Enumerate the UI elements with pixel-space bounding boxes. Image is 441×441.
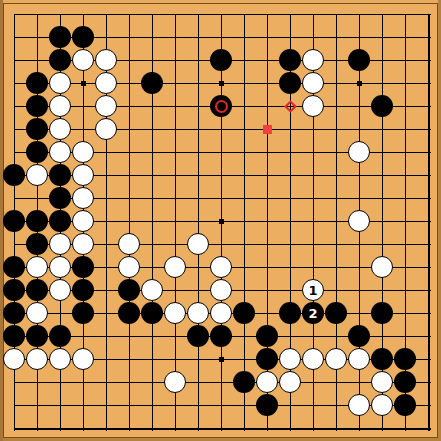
intersection-Q11[interactable] bbox=[348, 187, 371, 210]
intersection-K1[interactable] bbox=[210, 417, 233, 440]
intersection-Q17[interactable] bbox=[348, 49, 371, 72]
intersection-F19[interactable] bbox=[118, 3, 141, 26]
intersection-O3[interactable] bbox=[302, 371, 325, 394]
intersection-N3[interactable] bbox=[279, 371, 302, 394]
intersection-K11[interactable] bbox=[210, 187, 233, 210]
intersection-D18[interactable] bbox=[72, 26, 95, 49]
intersection-N18[interactable] bbox=[279, 26, 302, 49]
intersection-O15[interactable] bbox=[302, 95, 325, 118]
intersection-S5[interactable] bbox=[394, 325, 417, 348]
intersection-T19[interactable] bbox=[417, 3, 440, 26]
intersection-B8[interactable] bbox=[26, 256, 49, 279]
intersection-L5[interactable] bbox=[233, 325, 256, 348]
intersection-P7[interactable] bbox=[325, 279, 348, 302]
intersection-G8[interactable] bbox=[141, 256, 164, 279]
intersection-A4[interactable] bbox=[3, 348, 26, 371]
intersection-H9[interactable] bbox=[164, 233, 187, 256]
intersection-O7[interactable]: 1 bbox=[302, 279, 325, 302]
intersection-M7[interactable] bbox=[256, 279, 279, 302]
intersection-B4[interactable] bbox=[26, 348, 49, 371]
intersection-C3[interactable] bbox=[49, 371, 72, 394]
intersection-O6[interactable]: 2 bbox=[302, 302, 325, 325]
intersection-L8[interactable] bbox=[233, 256, 256, 279]
intersection-F3[interactable] bbox=[118, 371, 141, 394]
intersection-K2[interactable] bbox=[210, 394, 233, 417]
intersection-F6[interactable] bbox=[118, 302, 141, 325]
intersection-A9[interactable] bbox=[3, 233, 26, 256]
intersection-N10[interactable] bbox=[279, 210, 302, 233]
intersection-L1[interactable] bbox=[233, 417, 256, 440]
intersection-G7[interactable] bbox=[141, 279, 164, 302]
intersection-H2[interactable] bbox=[164, 394, 187, 417]
intersection-O13[interactable] bbox=[302, 141, 325, 164]
intersection-R11[interactable] bbox=[371, 187, 394, 210]
intersection-P12[interactable] bbox=[325, 164, 348, 187]
intersection-Q14[interactable] bbox=[348, 118, 371, 141]
intersection-D10[interactable] bbox=[72, 210, 95, 233]
intersection-R1[interactable] bbox=[371, 417, 394, 440]
intersection-C6[interactable] bbox=[49, 302, 72, 325]
intersection-P5[interactable] bbox=[325, 325, 348, 348]
intersection-S6[interactable] bbox=[394, 302, 417, 325]
intersection-T14[interactable] bbox=[417, 118, 440, 141]
intersection-B7[interactable] bbox=[26, 279, 49, 302]
intersection-J4[interactable] bbox=[187, 348, 210, 371]
intersection-Q5[interactable] bbox=[348, 325, 371, 348]
intersection-J16[interactable] bbox=[187, 72, 210, 95]
intersection-A6[interactable] bbox=[3, 302, 26, 325]
intersection-P11[interactable] bbox=[325, 187, 348, 210]
intersection-R8[interactable] bbox=[371, 256, 394, 279]
intersection-M9[interactable] bbox=[256, 233, 279, 256]
intersection-T1[interactable] bbox=[417, 417, 440, 440]
intersection-E14[interactable] bbox=[95, 118, 118, 141]
intersection-M1[interactable] bbox=[256, 417, 279, 440]
intersection-B9[interactable] bbox=[26, 233, 49, 256]
intersection-S8[interactable] bbox=[394, 256, 417, 279]
intersection-O12[interactable] bbox=[302, 164, 325, 187]
intersection-T6[interactable] bbox=[417, 302, 440, 325]
intersection-C7[interactable] bbox=[49, 279, 72, 302]
intersection-E17[interactable] bbox=[95, 49, 118, 72]
intersection-H13[interactable] bbox=[164, 141, 187, 164]
intersection-Q6[interactable] bbox=[348, 302, 371, 325]
intersection-H5[interactable] bbox=[164, 325, 187, 348]
intersection-J12[interactable] bbox=[187, 164, 210, 187]
intersection-B15[interactable] bbox=[26, 95, 49, 118]
intersection-R13[interactable] bbox=[371, 141, 394, 164]
intersection-L15[interactable] bbox=[233, 95, 256, 118]
intersection-B11[interactable] bbox=[26, 187, 49, 210]
intersection-N6[interactable] bbox=[279, 302, 302, 325]
intersection-O19[interactable] bbox=[302, 3, 325, 26]
intersection-M8[interactable] bbox=[256, 256, 279, 279]
intersection-F10[interactable] bbox=[118, 210, 141, 233]
intersection-D8[interactable] bbox=[72, 256, 95, 279]
intersection-T16[interactable] bbox=[417, 72, 440, 95]
intersection-G6[interactable] bbox=[141, 302, 164, 325]
intersection-C18[interactable] bbox=[49, 26, 72, 49]
intersection-J3[interactable] bbox=[187, 371, 210, 394]
intersection-K10[interactable] bbox=[210, 210, 233, 233]
intersection-N1[interactable] bbox=[279, 417, 302, 440]
intersection-J10[interactable] bbox=[187, 210, 210, 233]
intersection-C11[interactable] bbox=[49, 187, 72, 210]
intersection-Q3[interactable] bbox=[348, 371, 371, 394]
intersection-E4[interactable] bbox=[95, 348, 118, 371]
intersection-D15[interactable] bbox=[72, 95, 95, 118]
intersection-L7[interactable] bbox=[233, 279, 256, 302]
intersection-J11[interactable] bbox=[187, 187, 210, 210]
intersection-O5[interactable] bbox=[302, 325, 325, 348]
intersection-K14[interactable] bbox=[210, 118, 233, 141]
intersection-E3[interactable] bbox=[95, 371, 118, 394]
intersection-G16[interactable] bbox=[141, 72, 164, 95]
intersection-Q15[interactable] bbox=[348, 95, 371, 118]
intersection-G3[interactable] bbox=[141, 371, 164, 394]
intersection-O1[interactable] bbox=[302, 417, 325, 440]
intersection-A19[interactable] bbox=[3, 3, 26, 26]
intersection-N7[interactable] bbox=[279, 279, 302, 302]
intersection-A11[interactable] bbox=[3, 187, 26, 210]
intersection-C2[interactable] bbox=[49, 394, 72, 417]
intersection-R12[interactable] bbox=[371, 164, 394, 187]
intersection-E8[interactable] bbox=[95, 256, 118, 279]
intersection-H15[interactable] bbox=[164, 95, 187, 118]
intersection-E16[interactable] bbox=[95, 72, 118, 95]
intersection-R4[interactable] bbox=[371, 348, 394, 371]
intersection-S17[interactable] bbox=[394, 49, 417, 72]
intersection-G10[interactable] bbox=[141, 210, 164, 233]
intersection-B5[interactable] bbox=[26, 325, 49, 348]
intersection-P17[interactable] bbox=[325, 49, 348, 72]
intersection-A7[interactable] bbox=[3, 279, 26, 302]
intersection-S9[interactable] bbox=[394, 233, 417, 256]
intersection-R5[interactable] bbox=[371, 325, 394, 348]
intersection-J6[interactable] bbox=[187, 302, 210, 325]
intersection-G4[interactable] bbox=[141, 348, 164, 371]
intersection-R16[interactable] bbox=[371, 72, 394, 95]
intersection-M4[interactable] bbox=[256, 348, 279, 371]
intersection-C16[interactable] bbox=[49, 72, 72, 95]
intersection-H18[interactable] bbox=[164, 26, 187, 49]
intersection-A14[interactable] bbox=[3, 118, 26, 141]
intersection-P9[interactable] bbox=[325, 233, 348, 256]
intersection-A8[interactable] bbox=[3, 256, 26, 279]
intersection-K3[interactable] bbox=[210, 371, 233, 394]
intersection-L3[interactable] bbox=[233, 371, 256, 394]
intersection-S12[interactable] bbox=[394, 164, 417, 187]
intersection-F7[interactable] bbox=[118, 279, 141, 302]
intersection-R14[interactable] bbox=[371, 118, 394, 141]
intersection-O11[interactable] bbox=[302, 187, 325, 210]
intersection-P4[interactable] bbox=[325, 348, 348, 371]
intersection-D13[interactable] bbox=[72, 141, 95, 164]
intersection-G5[interactable] bbox=[141, 325, 164, 348]
intersection-M13[interactable] bbox=[256, 141, 279, 164]
intersection-R6[interactable] bbox=[371, 302, 394, 325]
intersection-K5[interactable] bbox=[210, 325, 233, 348]
intersection-J18[interactable] bbox=[187, 26, 210, 49]
intersection-M19[interactable] bbox=[256, 3, 279, 26]
intersection-B19[interactable] bbox=[26, 3, 49, 26]
intersection-T7[interactable] bbox=[417, 279, 440, 302]
intersection-M12[interactable] bbox=[256, 164, 279, 187]
intersection-R2[interactable] bbox=[371, 394, 394, 417]
intersection-C13[interactable] bbox=[49, 141, 72, 164]
intersection-P8[interactable] bbox=[325, 256, 348, 279]
intersection-H3[interactable] bbox=[164, 371, 187, 394]
intersection-S13[interactable] bbox=[394, 141, 417, 164]
intersection-O16[interactable] bbox=[302, 72, 325, 95]
intersection-G12[interactable] bbox=[141, 164, 164, 187]
intersection-H1[interactable] bbox=[164, 417, 187, 440]
intersection-L4[interactable] bbox=[233, 348, 256, 371]
intersection-K13[interactable] bbox=[210, 141, 233, 164]
intersection-F13[interactable] bbox=[118, 141, 141, 164]
intersection-N11[interactable] bbox=[279, 187, 302, 210]
intersection-S3[interactable] bbox=[394, 371, 417, 394]
intersection-E11[interactable] bbox=[95, 187, 118, 210]
intersection-H17[interactable] bbox=[164, 49, 187, 72]
intersection-H16[interactable] bbox=[164, 72, 187, 95]
intersection-L16[interactable] bbox=[233, 72, 256, 95]
intersection-T10[interactable] bbox=[417, 210, 440, 233]
intersection-J7[interactable] bbox=[187, 279, 210, 302]
intersection-G11[interactable] bbox=[141, 187, 164, 210]
intersection-Q2[interactable] bbox=[348, 394, 371, 417]
intersection-N19[interactable] bbox=[279, 3, 302, 26]
intersection-G13[interactable] bbox=[141, 141, 164, 164]
intersection-H4[interactable] bbox=[164, 348, 187, 371]
intersection-Q10[interactable] bbox=[348, 210, 371, 233]
intersection-J14[interactable] bbox=[187, 118, 210, 141]
intersection-H6[interactable] bbox=[164, 302, 187, 325]
intersection-D19[interactable] bbox=[72, 3, 95, 26]
intersection-J1[interactable] bbox=[187, 417, 210, 440]
intersection-S10[interactable] bbox=[394, 210, 417, 233]
intersection-P19[interactable] bbox=[325, 3, 348, 26]
intersection-J9[interactable] bbox=[187, 233, 210, 256]
intersection-E2[interactable] bbox=[95, 394, 118, 417]
intersection-E1[interactable] bbox=[95, 417, 118, 440]
intersection-D5[interactable] bbox=[72, 325, 95, 348]
intersection-N13[interactable] bbox=[279, 141, 302, 164]
intersection-D9[interactable] bbox=[72, 233, 95, 256]
intersection-A17[interactable] bbox=[3, 49, 26, 72]
intersection-K19[interactable] bbox=[210, 3, 233, 26]
intersection-T15[interactable] bbox=[417, 95, 440, 118]
intersection-C15[interactable] bbox=[49, 95, 72, 118]
intersection-C17[interactable] bbox=[49, 49, 72, 72]
intersection-B18[interactable] bbox=[26, 26, 49, 49]
intersection-L12[interactable] bbox=[233, 164, 256, 187]
intersection-L17[interactable] bbox=[233, 49, 256, 72]
intersection-G19[interactable] bbox=[141, 3, 164, 26]
intersection-P3[interactable] bbox=[325, 371, 348, 394]
intersection-R3[interactable] bbox=[371, 371, 394, 394]
intersection-B12[interactable] bbox=[26, 164, 49, 187]
intersection-A2[interactable] bbox=[3, 394, 26, 417]
intersection-B6[interactable] bbox=[26, 302, 49, 325]
intersection-P13[interactable] bbox=[325, 141, 348, 164]
intersection-Q4[interactable] bbox=[348, 348, 371, 371]
intersection-K17[interactable] bbox=[210, 49, 233, 72]
intersection-G1[interactable] bbox=[141, 417, 164, 440]
intersection-R18[interactable] bbox=[371, 26, 394, 49]
intersection-T13[interactable] bbox=[417, 141, 440, 164]
intersection-Q7[interactable] bbox=[348, 279, 371, 302]
intersection-M17[interactable] bbox=[256, 49, 279, 72]
intersection-P18[interactable] bbox=[325, 26, 348, 49]
intersection-F8[interactable] bbox=[118, 256, 141, 279]
intersection-B17[interactable] bbox=[26, 49, 49, 72]
intersection-H14[interactable] bbox=[164, 118, 187, 141]
intersection-J17[interactable] bbox=[187, 49, 210, 72]
intersection-L10[interactable] bbox=[233, 210, 256, 233]
intersection-F14[interactable] bbox=[118, 118, 141, 141]
intersection-S11[interactable] bbox=[394, 187, 417, 210]
intersection-B1[interactable] bbox=[26, 417, 49, 440]
intersection-S18[interactable] bbox=[394, 26, 417, 49]
intersection-L11[interactable] bbox=[233, 187, 256, 210]
intersection-D11[interactable] bbox=[72, 187, 95, 210]
intersection-E15[interactable] bbox=[95, 95, 118, 118]
intersection-O17[interactable] bbox=[302, 49, 325, 72]
intersection-D4[interactable] bbox=[72, 348, 95, 371]
intersection-C5[interactable] bbox=[49, 325, 72, 348]
intersection-C9[interactable] bbox=[49, 233, 72, 256]
intersection-F18[interactable] bbox=[118, 26, 141, 49]
intersection-A12[interactable] bbox=[3, 164, 26, 187]
intersection-N14[interactable] bbox=[279, 118, 302, 141]
intersection-E12[interactable] bbox=[95, 164, 118, 187]
intersection-L6[interactable] bbox=[233, 302, 256, 325]
intersection-M14[interactable] bbox=[256, 118, 279, 141]
intersection-J19[interactable] bbox=[187, 3, 210, 26]
intersection-D6[interactable] bbox=[72, 302, 95, 325]
intersection-A13[interactable] bbox=[3, 141, 26, 164]
intersection-K12[interactable] bbox=[210, 164, 233, 187]
intersection-G18[interactable] bbox=[141, 26, 164, 49]
intersection-E19[interactable] bbox=[95, 3, 118, 26]
intersection-H19[interactable] bbox=[164, 3, 187, 26]
intersection-T11[interactable] bbox=[417, 187, 440, 210]
intersection-E10[interactable] bbox=[95, 210, 118, 233]
intersection-P6[interactable] bbox=[325, 302, 348, 325]
intersection-A3[interactable] bbox=[3, 371, 26, 394]
intersection-T12[interactable] bbox=[417, 164, 440, 187]
intersection-R17[interactable] bbox=[371, 49, 394, 72]
intersection-F16[interactable] bbox=[118, 72, 141, 95]
intersection-E6[interactable] bbox=[95, 302, 118, 325]
intersection-D2[interactable] bbox=[72, 394, 95, 417]
intersection-N17[interactable] bbox=[279, 49, 302, 72]
intersection-F4[interactable] bbox=[118, 348, 141, 371]
intersection-K4[interactable] bbox=[210, 348, 233, 371]
intersection-C8[interactable] bbox=[49, 256, 72, 279]
intersection-L18[interactable] bbox=[233, 26, 256, 49]
intersection-L14[interactable] bbox=[233, 118, 256, 141]
intersection-M6[interactable] bbox=[256, 302, 279, 325]
intersection-G9[interactable] bbox=[141, 233, 164, 256]
intersection-N15[interactable] bbox=[279, 95, 302, 118]
intersection-C1[interactable] bbox=[49, 417, 72, 440]
intersection-F12[interactable] bbox=[118, 164, 141, 187]
intersection-S14[interactable] bbox=[394, 118, 417, 141]
intersection-R19[interactable] bbox=[371, 3, 394, 26]
intersection-J15[interactable] bbox=[187, 95, 210, 118]
intersection-R7[interactable] bbox=[371, 279, 394, 302]
intersection-L9[interactable] bbox=[233, 233, 256, 256]
intersection-M11[interactable] bbox=[256, 187, 279, 210]
intersection-A15[interactable] bbox=[3, 95, 26, 118]
intersection-L2[interactable] bbox=[233, 394, 256, 417]
intersection-P15[interactable] bbox=[325, 95, 348, 118]
intersection-F9[interactable] bbox=[118, 233, 141, 256]
intersection-A1[interactable] bbox=[3, 417, 26, 440]
intersection-H8[interactable] bbox=[164, 256, 187, 279]
intersection-A18[interactable] bbox=[3, 26, 26, 49]
intersection-T18[interactable] bbox=[417, 26, 440, 49]
intersection-Q16[interactable] bbox=[348, 72, 371, 95]
intersection-B13[interactable] bbox=[26, 141, 49, 164]
intersection-O10[interactable] bbox=[302, 210, 325, 233]
intersection-K15[interactable] bbox=[210, 95, 233, 118]
intersection-G14[interactable] bbox=[141, 118, 164, 141]
intersection-K16[interactable] bbox=[210, 72, 233, 95]
intersection-G17[interactable] bbox=[141, 49, 164, 72]
intersection-F5[interactable] bbox=[118, 325, 141, 348]
intersection-E13[interactable] bbox=[95, 141, 118, 164]
intersection-P1[interactable] bbox=[325, 417, 348, 440]
intersection-Q1[interactable] bbox=[348, 417, 371, 440]
intersection-M18[interactable] bbox=[256, 26, 279, 49]
intersection-K7[interactable] bbox=[210, 279, 233, 302]
intersection-O9[interactable] bbox=[302, 233, 325, 256]
intersection-C10[interactable] bbox=[49, 210, 72, 233]
intersection-F17[interactable] bbox=[118, 49, 141, 72]
intersection-N9[interactable] bbox=[279, 233, 302, 256]
intersection-J13[interactable] bbox=[187, 141, 210, 164]
intersection-P14[interactable] bbox=[325, 118, 348, 141]
intersection-D3[interactable] bbox=[72, 371, 95, 394]
intersection-C19[interactable] bbox=[49, 3, 72, 26]
intersection-T8[interactable] bbox=[417, 256, 440, 279]
intersection-M5[interactable] bbox=[256, 325, 279, 348]
intersection-R10[interactable] bbox=[371, 210, 394, 233]
intersection-T9[interactable] bbox=[417, 233, 440, 256]
intersection-H7[interactable] bbox=[164, 279, 187, 302]
intersection-N12[interactable] bbox=[279, 164, 302, 187]
intersection-O4[interactable] bbox=[302, 348, 325, 371]
intersection-F1[interactable] bbox=[118, 417, 141, 440]
intersection-B16[interactable] bbox=[26, 72, 49, 95]
intersection-A5[interactable] bbox=[3, 325, 26, 348]
intersection-G15[interactable] bbox=[141, 95, 164, 118]
intersection-O2[interactable] bbox=[302, 394, 325, 417]
intersection-S19[interactable] bbox=[394, 3, 417, 26]
intersection-J5[interactable] bbox=[187, 325, 210, 348]
intersection-E9[interactable] bbox=[95, 233, 118, 256]
intersection-O18[interactable] bbox=[302, 26, 325, 49]
intersection-S4[interactable] bbox=[394, 348, 417, 371]
intersection-E18[interactable] bbox=[95, 26, 118, 49]
intersection-D7[interactable] bbox=[72, 279, 95, 302]
intersection-T17[interactable] bbox=[417, 49, 440, 72]
intersection-P16[interactable] bbox=[325, 72, 348, 95]
intersection-E7[interactable] bbox=[95, 279, 118, 302]
